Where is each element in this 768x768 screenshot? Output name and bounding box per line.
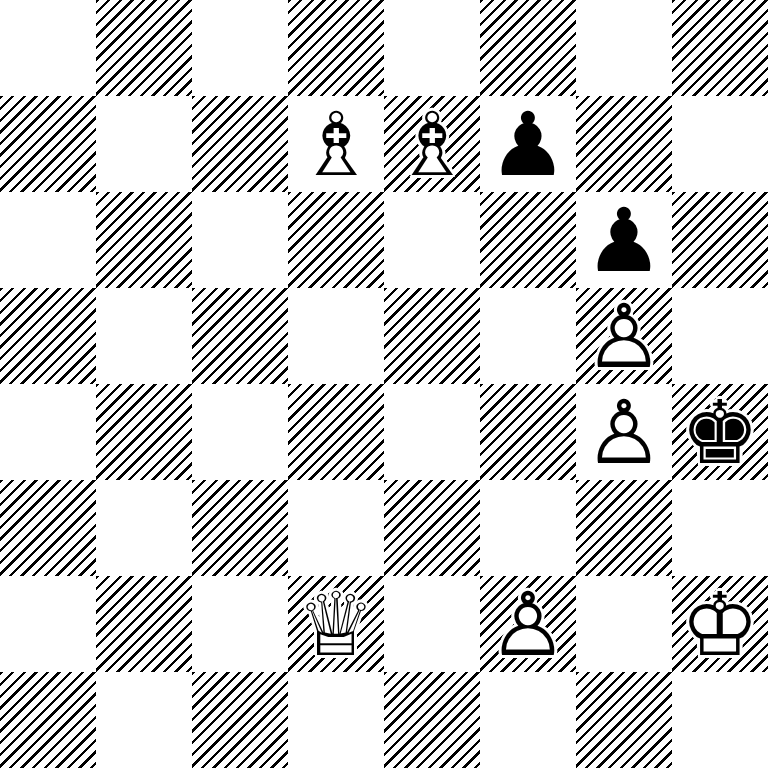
square-g4[interactable]: ♟♙ xyxy=(576,384,672,480)
square-a4[interactable] xyxy=(0,384,96,480)
square-b4[interactable] xyxy=(96,384,192,480)
black-pawn[interactable]: ♟ xyxy=(480,96,576,192)
square-a8[interactable] xyxy=(0,0,96,96)
square-c7[interactable] xyxy=(192,96,288,192)
white-bishop[interactable]: ♝♗ xyxy=(288,96,384,192)
square-f2[interactable]: ♟♙ xyxy=(480,576,576,672)
black-king[interactable]: ♚ xyxy=(672,384,768,480)
square-e2[interactable] xyxy=(384,576,480,672)
square-c6[interactable] xyxy=(192,192,288,288)
square-h1[interactable] xyxy=(672,672,768,768)
square-b6[interactable] xyxy=(96,192,192,288)
square-d8[interactable] xyxy=(288,0,384,96)
piece-glyph-outline: ♔ xyxy=(672,576,768,672)
square-d3[interactable] xyxy=(288,480,384,576)
piece-glyph-outline: ♗ xyxy=(384,96,480,192)
square-f5[interactable] xyxy=(480,288,576,384)
square-h6[interactable] xyxy=(672,192,768,288)
square-f7[interactable]: ♟ xyxy=(480,96,576,192)
square-g6[interactable]: ♟ xyxy=(576,192,672,288)
square-c5[interactable] xyxy=(192,288,288,384)
square-b5[interactable] xyxy=(96,288,192,384)
white-queen[interactable]: ♛♕ xyxy=(288,576,384,672)
square-f1[interactable] xyxy=(480,672,576,768)
square-b1[interactable] xyxy=(96,672,192,768)
square-b3[interactable] xyxy=(96,480,192,576)
square-h8[interactable] xyxy=(672,0,768,96)
piece-glyph-fill: ♟ xyxy=(480,96,576,192)
square-h5[interactable] xyxy=(672,288,768,384)
square-g1[interactable] xyxy=(576,672,672,768)
square-b8[interactable] xyxy=(96,0,192,96)
square-c4[interactable] xyxy=(192,384,288,480)
square-a6[interactable] xyxy=(0,192,96,288)
piece-glyph-outline: ♙ xyxy=(480,576,576,672)
piece-glyph-outline: ♙ xyxy=(576,384,672,480)
square-h7[interactable] xyxy=(672,96,768,192)
square-g5[interactable]: ♟♙ xyxy=(576,288,672,384)
square-e4[interactable] xyxy=(384,384,480,480)
square-e3[interactable] xyxy=(384,480,480,576)
chess-diagram: ♝♗♝♗♟♟♟♙♟♙♚♛♕♟♙♚♔ xyxy=(0,0,768,768)
square-c1[interactable] xyxy=(192,672,288,768)
piece-glyph-outline: ♙ xyxy=(576,288,672,384)
piece-glyph-outline: ♗ xyxy=(288,96,384,192)
chess-board: ♝♗♝♗♟♟♟♙♟♙♚♛♕♟♙♚♔ xyxy=(0,0,768,768)
white-king[interactable]: ♚♔ xyxy=(672,576,768,672)
white-pawn[interactable]: ♟♙ xyxy=(576,288,672,384)
square-e5[interactable] xyxy=(384,288,480,384)
square-f6[interactable] xyxy=(480,192,576,288)
square-c8[interactable] xyxy=(192,0,288,96)
square-d5[interactable] xyxy=(288,288,384,384)
piece-glyph-fill: ♟ xyxy=(576,192,672,288)
square-b7[interactable] xyxy=(96,96,192,192)
square-a3[interactable] xyxy=(0,480,96,576)
square-f4[interactable] xyxy=(480,384,576,480)
square-c3[interactable] xyxy=(192,480,288,576)
square-h3[interactable] xyxy=(672,480,768,576)
square-a7[interactable] xyxy=(0,96,96,192)
white-bishop[interactable]: ♝♗ xyxy=(384,96,480,192)
square-d1[interactable] xyxy=(288,672,384,768)
square-a5[interactable] xyxy=(0,288,96,384)
square-b2[interactable] xyxy=(96,576,192,672)
white-pawn[interactable]: ♟♙ xyxy=(576,384,672,480)
square-e8[interactable] xyxy=(384,0,480,96)
square-d7[interactable]: ♝♗ xyxy=(288,96,384,192)
square-g7[interactable] xyxy=(576,96,672,192)
square-h2[interactable]: ♚♔ xyxy=(672,576,768,672)
square-d4[interactable] xyxy=(288,384,384,480)
square-h4[interactable]: ♚ xyxy=(672,384,768,480)
square-c2[interactable] xyxy=(192,576,288,672)
square-e6[interactable] xyxy=(384,192,480,288)
square-g2[interactable] xyxy=(576,576,672,672)
square-g3[interactable] xyxy=(576,480,672,576)
piece-glyph-outline: ♕ xyxy=(288,576,384,672)
square-e1[interactable] xyxy=(384,672,480,768)
square-g8[interactable] xyxy=(576,0,672,96)
square-d6[interactable] xyxy=(288,192,384,288)
square-a2[interactable] xyxy=(0,576,96,672)
square-d2[interactable]: ♛♕ xyxy=(288,576,384,672)
square-f8[interactable] xyxy=(480,0,576,96)
black-pawn[interactable]: ♟ xyxy=(576,192,672,288)
square-e7[interactable]: ♝♗ xyxy=(384,96,480,192)
square-a1[interactable] xyxy=(0,672,96,768)
white-pawn[interactable]: ♟♙ xyxy=(480,576,576,672)
square-f3[interactable] xyxy=(480,480,576,576)
piece-glyph-fill: ♚ xyxy=(672,384,768,480)
